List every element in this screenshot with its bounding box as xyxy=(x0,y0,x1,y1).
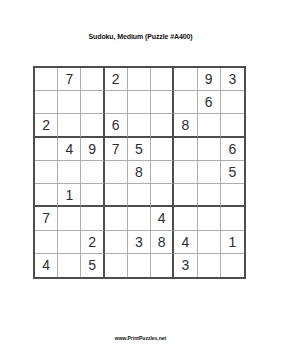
sudoku-cell: 2 xyxy=(81,231,104,254)
sudoku-cell: 5 xyxy=(128,138,151,161)
sudoku-cell xyxy=(151,68,174,91)
sudoku-cell xyxy=(35,91,58,114)
sudoku-cell xyxy=(198,254,221,277)
sudoku-cell xyxy=(105,207,128,230)
sudoku-cell xyxy=(105,231,128,254)
sudoku-cell xyxy=(58,207,81,230)
sudoku-cell xyxy=(81,207,104,230)
sudoku-cell xyxy=(81,114,104,137)
sudoku-cell: 1 xyxy=(58,184,81,207)
sudoku-cell xyxy=(174,68,197,91)
page-title: Sudoku, Medium (Puzzle #A400) xyxy=(0,33,281,40)
sudoku-cell xyxy=(221,207,244,230)
sudoku-grid: 72936268497568517423841453 xyxy=(33,66,246,279)
sudoku-cell: 1 xyxy=(221,231,244,254)
sudoku-cell xyxy=(128,114,151,137)
sudoku-cell: 4 xyxy=(35,254,58,277)
sudoku-cell: 4 xyxy=(151,207,174,230)
sudoku-cell: 5 xyxy=(81,254,104,277)
sudoku-cell xyxy=(81,91,104,114)
sudoku-cell: 6 xyxy=(221,138,244,161)
sudoku-cell xyxy=(58,114,81,137)
sudoku-cell xyxy=(198,184,221,207)
sudoku-cell xyxy=(151,138,174,161)
sudoku-cell xyxy=(128,254,151,277)
sudoku-cell: 6 xyxy=(105,114,128,137)
sudoku-cell xyxy=(198,114,221,137)
sudoku-cell xyxy=(58,254,81,277)
sudoku-cell xyxy=(58,161,81,184)
sudoku-cell: 4 xyxy=(58,138,81,161)
sudoku-cell xyxy=(35,231,58,254)
sudoku-cell xyxy=(174,184,197,207)
sudoku-cell xyxy=(221,254,244,277)
sudoku-cell: 9 xyxy=(81,138,104,161)
sudoku-cell xyxy=(105,184,128,207)
sudoku-cell xyxy=(198,138,221,161)
sudoku-cell xyxy=(198,161,221,184)
sudoku-cell xyxy=(221,184,244,207)
sudoku-cell xyxy=(81,184,104,207)
sudoku-cell xyxy=(128,68,151,91)
sudoku-cell: 7 xyxy=(105,138,128,161)
sudoku-cell xyxy=(151,184,174,207)
sudoku-cell xyxy=(221,91,244,114)
sudoku-cell xyxy=(81,68,104,91)
sudoku-cell: 6 xyxy=(198,91,221,114)
sudoku-cell xyxy=(35,184,58,207)
sudoku-cell xyxy=(151,254,174,277)
sudoku-cell xyxy=(151,114,174,137)
sudoku-cell xyxy=(221,114,244,137)
sudoku-cell xyxy=(128,207,151,230)
sudoku-cell: 3 xyxy=(174,254,197,277)
sudoku-cell: 3 xyxy=(128,231,151,254)
sudoku-cell xyxy=(105,254,128,277)
sudoku-cell xyxy=(174,207,197,230)
sudoku-cell: 8 xyxy=(151,231,174,254)
sudoku-cell: 8 xyxy=(174,114,197,137)
sudoku-cell xyxy=(198,231,221,254)
sudoku-cell: 2 xyxy=(35,114,58,137)
sudoku-cell xyxy=(128,91,151,114)
page: Sudoku, Medium (Puzzle #A400) 7293626849… xyxy=(0,0,281,363)
sudoku-cell: 3 xyxy=(221,68,244,91)
sudoku-cell xyxy=(174,161,197,184)
sudoku-cell: 9 xyxy=(198,68,221,91)
sudoku-cell xyxy=(81,161,104,184)
sudoku-cell xyxy=(198,207,221,230)
footer-url: www.PrintPuzzles.net xyxy=(0,335,281,341)
sudoku-cell: 7 xyxy=(35,207,58,230)
sudoku-cell xyxy=(58,91,81,114)
sudoku-cell xyxy=(35,161,58,184)
sudoku-cell xyxy=(105,161,128,184)
sudoku-cell: 8 xyxy=(128,161,151,184)
sudoku-cell: 4 xyxy=(174,231,197,254)
sudoku-cell xyxy=(128,184,151,207)
sudoku-cell xyxy=(35,138,58,161)
sudoku-cell xyxy=(35,68,58,91)
sudoku-cell: 2 xyxy=(105,68,128,91)
sudoku-cell xyxy=(151,161,174,184)
sudoku-cell xyxy=(105,91,128,114)
sudoku-cell xyxy=(174,138,197,161)
sudoku-cell xyxy=(151,91,174,114)
sudoku-cell xyxy=(174,91,197,114)
sudoku-cell: 5 xyxy=(221,161,244,184)
sudoku-cell xyxy=(58,231,81,254)
sudoku-cell: 7 xyxy=(58,68,81,91)
